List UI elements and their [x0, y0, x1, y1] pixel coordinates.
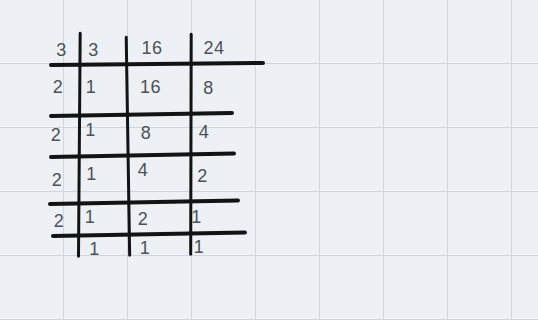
cell-r4-c1: 1 — [85, 208, 96, 226]
cell-r2-c3: 4 — [199, 123, 210, 141]
cell-r3-c0-divisor: 2 — [52, 171, 63, 189]
cell-r4-c0-divisor: 2 — [54, 212, 65, 230]
horizontal-line-5 — [51, 231, 247, 238]
cell-r5-c2: 1 — [140, 239, 151, 257]
cell-r5-c1: 1 — [89, 240, 100, 258]
cell-r0-c0-divisor: 3 — [56, 41, 67, 59]
cell-r0-c2: 16 — [141, 39, 162, 57]
cell-r4-c3: 1 — [191, 208, 202, 226]
cell-r3-c1: 1 — [86, 165, 97, 183]
cell-r5-c3: 1 — [194, 238, 205, 256]
cell-r1-c3: 8 — [203, 79, 214, 97]
cell-r3-c2: 4 — [138, 161, 149, 179]
cell-r0-c3: 24 — [203, 39, 224, 57]
cell-r1-c0-divisor: 2 — [53, 78, 64, 96]
horizontal-line-3 — [48, 151, 235, 158]
cell-r1-c1: 1 — [86, 78, 97, 96]
cell-r2-c1: 1 — [85, 121, 96, 139]
cell-r3-c3: 2 — [197, 167, 208, 185]
horizontal-line-2 — [48, 111, 233, 118]
cell-r2-c0-divisor: 2 — [51, 126, 62, 144]
whiteboard-canvas[interactable]: 33162421168218421422121111 — [0, 0, 538, 320]
vertical-line-2 — [125, 36, 132, 257]
cell-r1-c2: 16 — [140, 78, 161, 96]
cell-r2-c2: 8 — [141, 124, 152, 142]
cell-r0-c1: 3 — [88, 41, 99, 59]
cell-r4-c2: 2 — [138, 210, 149, 228]
